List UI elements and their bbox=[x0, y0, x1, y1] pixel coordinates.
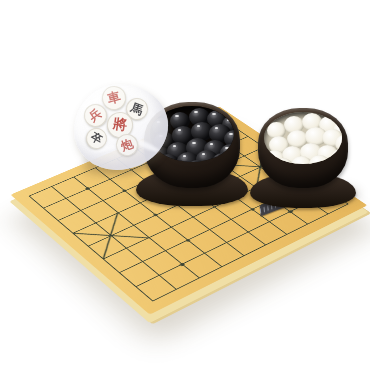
white-go-stone bbox=[331, 149, 342, 164]
white-bowl-cup bbox=[258, 108, 348, 188]
palace-diagonal bbox=[72, 213, 149, 260]
soldier-point-dot bbox=[250, 208, 256, 211]
product-photo-scene: 車馬兵將卒炮 bbox=[0, 0, 370, 370]
soldier-point-dot bbox=[122, 189, 128, 192]
black-go-stone bbox=[204, 161, 223, 162]
white-stones-bowl bbox=[250, 106, 356, 208]
soldier-point-dot bbox=[153, 213, 159, 216]
cannon-point-dot bbox=[287, 210, 293, 214]
soldier-point-dot bbox=[185, 239, 191, 243]
white-stones-heap bbox=[264, 112, 342, 164]
black-go-stone bbox=[212, 153, 232, 162]
white-go-stone bbox=[324, 158, 342, 164]
cannon-point-dot bbox=[85, 187, 91, 191]
cannon-point-dot bbox=[179, 262, 186, 266]
